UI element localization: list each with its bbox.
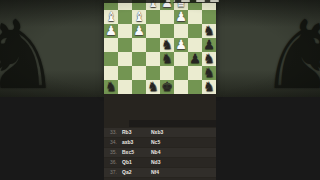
square[interactable]: ♞: [202, 66, 216, 80]
square[interactable]: [188, 24, 202, 38]
square[interactable]: [104, 52, 118, 66]
square[interactable]: [118, 66, 132, 80]
black-knight[interactable]: ♞: [161, 38, 173, 52]
black-move[interactable]: Nc5: [151, 138, 160, 147]
square[interactable]: ♟: [188, 52, 202, 66]
move-list-panel: 33.Rb3Nxb334.axb3Nc535.Bxc5Nb436.Qb1Nd33…: [104, 94, 216, 180]
move-number: 33.: [110, 128, 117, 137]
white-move[interactable]: Bxc5: [122, 148, 134, 157]
square[interactable]: [132, 38, 146, 52]
move-row[interactable]: 34.axb3Nc5: [104, 138, 216, 147]
square[interactable]: [118, 52, 132, 66]
black-pawn[interactable]: ♟: [203, 38, 215, 52]
square[interactable]: [146, 10, 160, 24]
black-knight[interactable]: ♞: [161, 52, 173, 66]
black-move[interactable]: Nf4: [151, 168, 159, 177]
cropped-piece-base-icon: [210, 0, 219, 2]
square[interactable]: [188, 66, 202, 80]
square[interactable]: ♞: [104, 80, 118, 94]
square[interactable]: [118, 10, 132, 24]
square[interactable]: ♟: [104, 24, 118, 38]
move-row[interactable]: 36.Qb1Nd3: [104, 158, 216, 167]
square[interactable]: ♞: [160, 52, 174, 66]
cropped-square-sliver: [170, 0, 174, 3]
white-move[interactable]: Qb1: [122, 158, 132, 167]
black-move[interactable]: Nb4: [151, 148, 160, 157]
square[interactable]: ♝: [104, 10, 118, 24]
square[interactable]: ♟: [132, 24, 146, 38]
cropped-piece-base-icon: [196, 0, 205, 2]
white-pawn[interactable]: ♟: [133, 24, 145, 38]
square[interactable]: [104, 66, 118, 80]
move-number: 34.: [110, 138, 117, 147]
square[interactable]: ♞: [202, 52, 216, 66]
video-frame: ♞ ♞ ♝♟♛♝♝♟♟♟♞♞♟♟♞♟♞♞♞♞♚♞ 33.Rb3Nxb334.ax…: [0, 0, 320, 180]
square[interactable]: [132, 80, 146, 94]
square[interactable]: ♟: [174, 38, 188, 52]
decor-knight-left-icon: ♞: [0, 8, 61, 103]
square[interactable]: ♞: [160, 38, 174, 52]
square[interactable]: ♝: [132, 10, 146, 24]
square[interactable]: [174, 66, 188, 80]
square[interactable]: ♞: [146, 80, 160, 94]
decor-knight-right-icon: ♞: [259, 8, 320, 103]
black-knight[interactable]: ♞: [147, 80, 159, 94]
white-move[interactable]: Rb3: [122, 128, 131, 137]
square[interactable]: [188, 38, 202, 52]
black-knight[interactable]: ♞: [203, 24, 215, 38]
square[interactable]: [146, 66, 160, 80]
square[interactable]: [146, 24, 160, 38]
black-king[interactable]: ♚: [161, 80, 173, 94]
black-knight[interactable]: ♞: [203, 52, 215, 66]
square[interactable]: [202, 10, 216, 24]
square[interactable]: [174, 80, 188, 94]
square[interactable]: [104, 38, 118, 52]
move-list-header-strip: [129, 120, 216, 127]
move-number: 37.: [110, 168, 117, 177]
white-pawn[interactable]: ♟: [175, 38, 187, 52]
cropped-piece-base-icon: [181, 0, 190, 2]
white-move[interactable]: axb3: [122, 138, 133, 147]
move-number: 36.: [110, 158, 117, 167]
square[interactable]: [132, 52, 146, 66]
white-bishop[interactable]: ♝: [133, 10, 145, 24]
square[interactable]: [160, 10, 174, 24]
square[interactable]: ♞: [202, 80, 216, 94]
square[interactable]: [146, 52, 160, 66]
move-list[interactable]: 33.Rb3Nxb334.axb3Nc535.Bxc5Nb436.Qb1Nd33…: [104, 128, 216, 180]
black-move[interactable]: Nxb3: [151, 128, 163, 137]
black-knight[interactable]: ♞: [203, 80, 215, 94]
square[interactable]: ♞: [202, 24, 216, 38]
square[interactable]: [118, 24, 132, 38]
move-row[interactable]: 37.Qa2Nf4: [104, 168, 216, 177]
white-move[interactable]: Qa2: [122, 168, 131, 177]
black-move[interactable]: Nd3: [151, 158, 160, 167]
cropped-rank-strip: [104, 0, 216, 3]
move-row[interactable]: 35.Bxc5Nb4: [104, 148, 216, 157]
white-pawn[interactable]: ♟: [175, 10, 187, 24]
square[interactable]: [146, 38, 160, 52]
white-bishop[interactable]: ♝: [105, 10, 117, 24]
square[interactable]: [118, 38, 132, 52]
move-row[interactable]: 33.Rb3Nxb3: [104, 128, 216, 137]
square[interactable]: [160, 24, 174, 38]
square[interactable]: [174, 52, 188, 66]
square[interactable]: [160, 66, 174, 80]
white-move[interactable]: Bf1: [122, 178, 130, 180]
square[interactable]: [174, 24, 188, 38]
chess-board[interactable]: ♝♟♛♝♝♟♟♟♞♞♟♟♞♟♞♞♞♞♚♞: [104, 0, 216, 94]
square[interactable]: ♟: [174, 10, 188, 24]
black-knight[interactable]: ♞: [203, 66, 215, 80]
move-number: 35.: [110, 148, 117, 157]
square[interactable]: [118, 80, 132, 94]
square[interactable]: ♚: [160, 80, 174, 94]
square[interactable]: [132, 66, 146, 80]
move-number: 38.: [110, 178, 117, 180]
black-knight[interactable]: ♞: [105, 80, 117, 94]
move-row[interactable]: 38.Bf1Nd5: [104, 178, 216, 180]
square[interactable]: [188, 10, 202, 24]
black-pawn[interactable]: ♟: [189, 52, 201, 66]
square[interactable]: [188, 80, 202, 94]
square[interactable]: ♟: [202, 38, 216, 52]
white-pawn[interactable]: ♟: [105, 24, 117, 38]
black-move[interactable]: Nd5: [151, 178, 160, 180]
